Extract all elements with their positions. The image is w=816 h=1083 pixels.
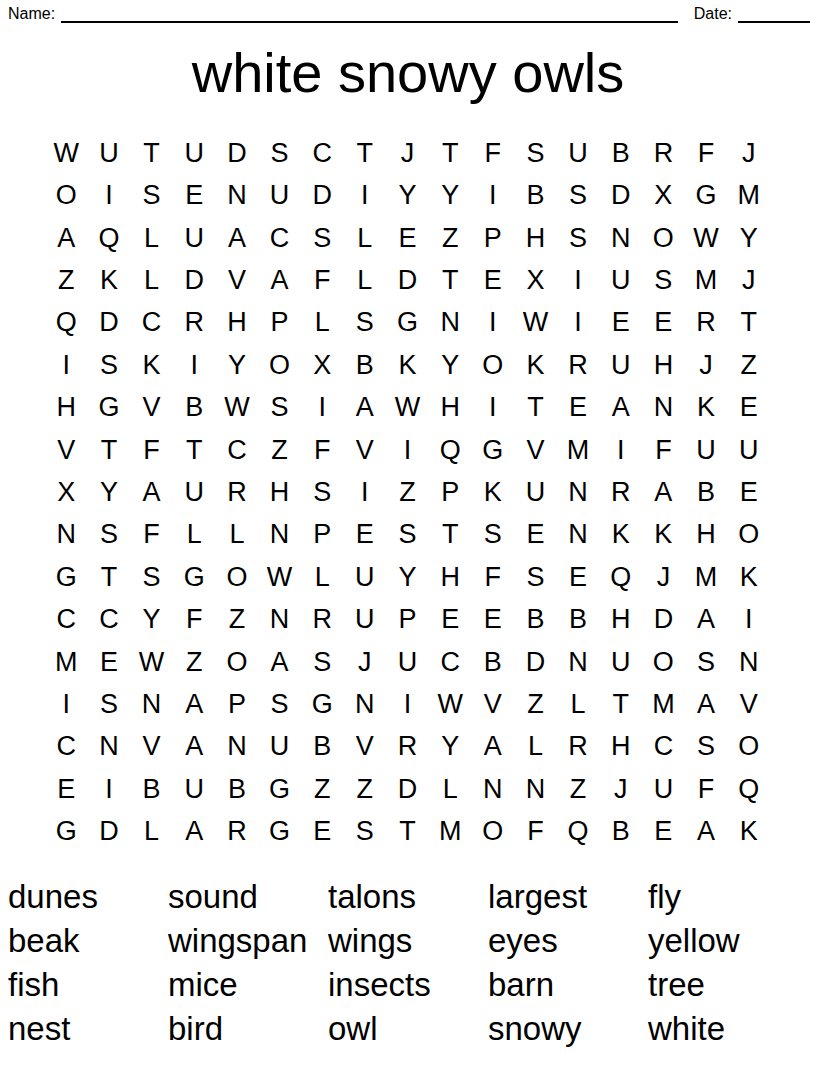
grid-cell[interactable]: R [642, 132, 685, 174]
grid-cell[interactable]: B [130, 768, 173, 810]
grid-cell[interactable]: E [599, 302, 642, 344]
grid-cell[interactable]: Y [216, 344, 259, 386]
grid-cell[interactable]: Y [429, 174, 472, 216]
grid-cell[interactable]: Z [301, 768, 344, 810]
grid-cell[interactable]: U [173, 217, 216, 259]
grid-cell[interactable]: Y [386, 556, 429, 598]
grid-cell[interactable]: M [642, 683, 685, 725]
grid-cell[interactable]: F [642, 429, 685, 471]
grid-cell[interactable]: N [557, 514, 600, 556]
grid-cell[interactable]: I [386, 683, 429, 725]
grid-cell[interactable]: U [599, 344, 642, 386]
grid-cell[interactable]: X [642, 174, 685, 216]
grid-cell[interactable]: E [471, 259, 514, 301]
grid-cell[interactable]: M [557, 429, 600, 471]
grid-cell[interactable]: I [344, 174, 387, 216]
grid-cell[interactable]: E [344, 514, 387, 556]
grid-cell[interactable]: D [88, 811, 131, 853]
grid-cell[interactable]: S [130, 556, 173, 598]
grid-cell[interactable]: C [45, 599, 88, 641]
grid-cell[interactable]: O [258, 344, 301, 386]
grid-cell[interactable]: I [173, 344, 216, 386]
grid-cell[interactable]: N [130, 683, 173, 725]
grid-cell[interactable]: K [642, 514, 685, 556]
grid-cell[interactable]: U [173, 768, 216, 810]
grid-cell[interactable]: U [258, 174, 301, 216]
grid-cell[interactable]: W [45, 132, 88, 174]
grid-cell[interactable]: J [727, 132, 770, 174]
grid-cell[interactable]: B [216, 768, 259, 810]
grid-cell[interactable]: I [88, 174, 131, 216]
grid-cell[interactable]: W [216, 386, 259, 428]
grid-cell[interactable]: S [344, 811, 387, 853]
grid-cell[interactable]: G [45, 811, 88, 853]
grid-cell[interactable]: R [216, 811, 259, 853]
grid-cell[interactable]: N [471, 768, 514, 810]
grid-cell[interactable]: E [642, 302, 685, 344]
grid-cell[interactable]: U [557, 132, 600, 174]
grid-cell[interactable]: K [685, 386, 728, 428]
word-list-item: dunes [8, 875, 168, 919]
word-list-item: nest [8, 1007, 168, 1051]
word-list-item: snowy [488, 1007, 648, 1051]
grid-cell[interactable]: D [599, 174, 642, 216]
grid-cell[interactable]: E [301, 811, 344, 853]
grid-cell[interactable]: U [173, 132, 216, 174]
grid-cell[interactable]: V [130, 386, 173, 428]
grid-cell[interactable]: Q [557, 811, 600, 853]
grid-cell[interactable]: N [557, 641, 600, 683]
grid-cell[interactable]: S [258, 683, 301, 725]
grid-cell[interactable]: N [216, 174, 259, 216]
grid-cell[interactable]: S [88, 683, 131, 725]
grid-cell[interactable]: F [301, 429, 344, 471]
grid-cell[interactable]: F [685, 768, 728, 810]
grid-cell[interactable]: N [727, 641, 770, 683]
grid-cell[interactable]: N [258, 599, 301, 641]
grid-cell[interactable]: R [173, 302, 216, 344]
grid-cell[interactable]: V [216, 259, 259, 301]
grid-cell[interactable]: I [45, 344, 88, 386]
grid-cell[interactable]: L [130, 259, 173, 301]
grid-cell[interactable]: T [88, 556, 131, 598]
grid-cell[interactable]: A [344, 386, 387, 428]
grid-cell[interactable]: D [88, 302, 131, 344]
grid-cell[interactable]: W [130, 641, 173, 683]
grid-cell[interactable]: K [130, 344, 173, 386]
grid-cell[interactable]: Y [130, 599, 173, 641]
grid-cell[interactable]: L [344, 259, 387, 301]
grid-cell[interactable]: H [642, 344, 685, 386]
grid-cell[interactable]: P [301, 514, 344, 556]
grid-cell[interactable]: E [642, 811, 685, 853]
grid-cell[interactable]: A [685, 599, 728, 641]
grid-cell[interactable]: U [727, 429, 770, 471]
grid-cell[interactable]: X [301, 344, 344, 386]
grid-cell[interactable]: O [727, 514, 770, 556]
grid-cell[interactable]: Z [45, 259, 88, 301]
grid-cell[interactable]: I [88, 768, 131, 810]
grid-cell[interactable]: L [130, 811, 173, 853]
grid-cell[interactable]: T [386, 811, 429, 853]
grid-cell[interactable]: N [599, 217, 642, 259]
grid-cell[interactable]: Y [429, 344, 472, 386]
grid-cell[interactable]: W [386, 386, 429, 428]
word-list-item: tree [648, 963, 808, 1007]
grid-cell[interactable]: D [386, 768, 429, 810]
grid-cell[interactable]: I [344, 471, 387, 513]
grid-cell[interactable]: Q [429, 429, 472, 471]
grid-cell[interactable]: J [727, 259, 770, 301]
grid-cell[interactable]: S [258, 132, 301, 174]
grid-cell[interactable]: T [429, 514, 472, 556]
word-list-item: white [648, 1007, 808, 1051]
worksheet-page: Name: Date: white snowy owls WUTUDSCTJTF… [0, 0, 816, 1083]
grid-cell[interactable]: A [173, 726, 216, 768]
grid-cell[interactable]: P [386, 599, 429, 641]
grid-cell[interactable]: S [685, 641, 728, 683]
grid-cell[interactable]: K [88, 259, 131, 301]
grid-cell[interactable]: U [88, 132, 131, 174]
grid-cell[interactable]: Q [88, 217, 131, 259]
grid-cell[interactable]: Q [727, 768, 770, 810]
grid-cell[interactable]: B [599, 132, 642, 174]
grid-cell[interactable]: N [429, 302, 472, 344]
grid-cell[interactable]: M [45, 641, 88, 683]
grid-cell[interactable]: A [130, 471, 173, 513]
grid-cell[interactable]: A [45, 217, 88, 259]
word-list-item: sound [168, 875, 328, 919]
grid-cell[interactable]: G [258, 811, 301, 853]
grid-cell[interactable]: Z [557, 768, 600, 810]
grid-cell[interactable]: U [599, 641, 642, 683]
grid-cell[interactable]: D [301, 174, 344, 216]
grid-cell[interactable]: N [45, 514, 88, 556]
grid-cell[interactable]: N [557, 471, 600, 513]
grid-cell[interactable]: U [344, 599, 387, 641]
grid-cell[interactable]: S [301, 641, 344, 683]
grid-cell[interactable]: Z [727, 344, 770, 386]
grid-cell[interactable]: B [301, 726, 344, 768]
grid-cell[interactable]: H [514, 217, 557, 259]
grid-cell[interactable]: M [685, 556, 728, 598]
grid-cell[interactable]: H [599, 599, 642, 641]
grid-cell[interactable]: V [344, 429, 387, 471]
word-list-item: insects [328, 963, 488, 1007]
grid-cell[interactable]: U [344, 556, 387, 598]
grid-cell[interactable]: Z [429, 217, 472, 259]
grid-cell[interactable]: B [557, 599, 600, 641]
grid-cell[interactable]: W [685, 217, 728, 259]
grid-cell[interactable]: T [88, 429, 131, 471]
word-list-item: mice [168, 963, 328, 1007]
grid-cell[interactable]: R [386, 726, 429, 768]
grid-cell[interactable]: G [45, 556, 88, 598]
grid-cell[interactable]: N [88, 726, 131, 768]
grid-cell[interactable]: S [685, 726, 728, 768]
grid-cell[interactable]: C [301, 132, 344, 174]
grid-cell[interactable]: N [216, 726, 259, 768]
grid-cell[interactable]: D [642, 599, 685, 641]
grid-cell[interactable]: O [45, 174, 88, 216]
grid-cell[interactable]: V [130, 726, 173, 768]
grid-cell[interactable]: I [599, 429, 642, 471]
grid-cell[interactable]: E [557, 386, 600, 428]
grid-cell[interactable]: A [599, 386, 642, 428]
grid-cell[interactable]: A [685, 811, 728, 853]
grid-cell[interactable]: U [173, 471, 216, 513]
grid-cell[interactable]: I [557, 302, 600, 344]
grid-cell[interactable]: E [557, 556, 600, 598]
grid-cell[interactable]: O [471, 811, 514, 853]
grid-cell[interactable]: G [88, 386, 131, 428]
grid-cell[interactable]: N [344, 683, 387, 725]
grid-cell[interactable]: I [301, 386, 344, 428]
grid-cell[interactable]: L [301, 556, 344, 598]
grid-cell[interactable]: K [727, 811, 770, 853]
grid-cell[interactable]: T [344, 132, 387, 174]
grid-cell[interactable]: K [471, 471, 514, 513]
grid-cell[interactable]: I [471, 302, 514, 344]
grid-cell[interactable]: A [471, 726, 514, 768]
grid-cell[interactable]: F [301, 259, 344, 301]
grid-cell[interactable]: E [88, 641, 131, 683]
grid-cell[interactable]: T [599, 683, 642, 725]
grid-cell[interactable]: S [258, 386, 301, 428]
grid-cell[interactable]: A [173, 683, 216, 725]
grid-cell[interactable]: H [45, 386, 88, 428]
grid-cell[interactable]: C [258, 217, 301, 259]
grid-cell[interactable]: C [45, 726, 88, 768]
grid-cell[interactable]: L [557, 683, 600, 725]
grid-cell[interactable]: T [727, 302, 770, 344]
grid-cell[interactable]: B [599, 811, 642, 853]
grid-cell[interactable]: E [514, 514, 557, 556]
grid-cell[interactable]: E [727, 471, 770, 513]
grid-cell[interactable]: S [514, 556, 557, 598]
grid-cell[interactable]: A [258, 641, 301, 683]
grid-cell[interactable]: K [727, 556, 770, 598]
grid-cell[interactable]: L [344, 217, 387, 259]
grid-cell[interactable]: V [45, 429, 88, 471]
grid-cell[interactable]: I [727, 599, 770, 641]
grid-cell[interactable]: W [258, 556, 301, 598]
grid-cell[interactable]: Y [727, 217, 770, 259]
grid-cell[interactable]: L [216, 514, 259, 556]
grid-cell[interactable]: H [216, 302, 259, 344]
grid-cell[interactable]: S [514, 132, 557, 174]
grid-cell[interactable]: U [514, 471, 557, 513]
grid-cell[interactable]: H [258, 471, 301, 513]
grid-cell[interactable]: E [173, 174, 216, 216]
grid-cell[interactable]: E [45, 768, 88, 810]
grid-cell[interactable]: F [514, 811, 557, 853]
grid-cell[interactable]: J [344, 641, 387, 683]
grid-cell[interactable]: J [599, 768, 642, 810]
grid-cell[interactable]: N [258, 514, 301, 556]
grid-cell[interactable]: O [216, 556, 259, 598]
grid-cell[interactable]: D [173, 259, 216, 301]
grid-cell[interactable]: T [514, 386, 557, 428]
grid-cell[interactable]: R [301, 599, 344, 641]
grid-cell[interactable]: V [727, 683, 770, 725]
grid-cell[interactable]: T [130, 132, 173, 174]
grid-cell[interactable]: S [88, 344, 131, 386]
grid-cell[interactable]: K [386, 344, 429, 386]
grid-cell[interactable]: Y [88, 471, 131, 513]
grid-cell[interactable]: X [514, 259, 557, 301]
grid-cell[interactable]: F [130, 429, 173, 471]
grid-cell[interactable]: Z [258, 429, 301, 471]
grid-cell[interactable]: S [386, 514, 429, 556]
grid-cell[interactable]: I [45, 683, 88, 725]
grid-cell[interactable]: X [45, 471, 88, 513]
grid-cell[interactable]: P [216, 683, 259, 725]
grid-cell[interactable]: S [642, 259, 685, 301]
grid-cell[interactable]: V [344, 726, 387, 768]
grid-cell[interactable]: C [642, 726, 685, 768]
grid-cell[interactable]: O [216, 641, 259, 683]
grid-cell[interactable]: F [471, 556, 514, 598]
grid-cell[interactable]: L [514, 726, 557, 768]
grid-cell[interactable]: T [429, 259, 472, 301]
grid-cell[interactable]: J [386, 132, 429, 174]
grid-cell[interactable]: Z [344, 768, 387, 810]
grid-cell[interactable]: R [557, 344, 600, 386]
grid-cell[interactable]: B [514, 174, 557, 216]
grid-cell[interactable]: G [471, 429, 514, 471]
grid-cell[interactable]: B [173, 386, 216, 428]
grid-cell[interactable]: A [216, 217, 259, 259]
grid-cell[interactable]: J [642, 556, 685, 598]
grid-cell[interactable]: U [642, 768, 685, 810]
grid-cell[interactable]: R [216, 471, 259, 513]
grid-cell[interactable]: R [685, 302, 728, 344]
grid-cell[interactable]: Q [599, 556, 642, 598]
grid-cell[interactable]: I [471, 386, 514, 428]
grid-cell[interactable]: D [386, 259, 429, 301]
grid-cell[interactable]: B [471, 641, 514, 683]
grid-cell[interactable]: U [599, 259, 642, 301]
grid-cell[interactable]: B [344, 344, 387, 386]
grid-cell[interactable]: C [429, 641, 472, 683]
grid-cell[interactable]: F [173, 599, 216, 641]
grid-cell[interactable]: Q [45, 302, 88, 344]
grid-cell[interactable]: P [258, 302, 301, 344]
grid-cell[interactable]: N [514, 768, 557, 810]
grid-cell[interactable]: E [429, 599, 472, 641]
grid-cell[interactable]: D [216, 132, 259, 174]
grid-cell[interactable]: I [386, 429, 429, 471]
grid-cell[interactable]: L [130, 217, 173, 259]
grid-cell[interactable]: C [88, 599, 131, 641]
grid-cell[interactable]: O [642, 217, 685, 259]
grid-cell[interactable]: V [471, 683, 514, 725]
grid-cell[interactable]: K [599, 514, 642, 556]
grid-cell[interactable]: R [557, 726, 600, 768]
grid-cell[interactable]: S [344, 302, 387, 344]
grid-cell[interactable]: A [642, 471, 685, 513]
grid-cell[interactable]: T [429, 132, 472, 174]
grid-cell[interactable]: F [471, 132, 514, 174]
grid-cell[interactable]: K [514, 344, 557, 386]
grid-cell[interactable]: J [685, 344, 728, 386]
grid-cell[interactable]: Z [216, 599, 259, 641]
grid-cell[interactable]: M [429, 811, 472, 853]
grid-cell[interactable]: C [216, 429, 259, 471]
grid-cell[interactable]: C [130, 302, 173, 344]
grid-cell[interactable]: N [642, 386, 685, 428]
grid-cell[interactable]: E [471, 599, 514, 641]
grid-cell[interactable]: E [727, 386, 770, 428]
grid-cell[interactable]: H [429, 556, 472, 598]
grid-cell[interactable]: H [599, 726, 642, 768]
grid-cell[interactable]: G [685, 174, 728, 216]
grid-cell[interactable]: O [471, 344, 514, 386]
grid-cell[interactable]: A [173, 811, 216, 853]
date-blank-line [738, 5, 810, 23]
grid-cell[interactable]: S [471, 514, 514, 556]
grid-cell[interactable]: M [685, 259, 728, 301]
grid-cell[interactable]: Y [386, 174, 429, 216]
grid-cell[interactable]: F [685, 132, 728, 174]
grid-cell[interactable]: U [386, 641, 429, 683]
grid-cell[interactable]: A [258, 259, 301, 301]
grid-cell[interactable]: P [429, 471, 472, 513]
grid-cell[interactable]: G [386, 302, 429, 344]
grid-cell[interactable]: H [685, 514, 728, 556]
grid-cell[interactable]: L [429, 768, 472, 810]
grid-cell[interactable]: G [301, 683, 344, 725]
grid-cell[interactable]: Z [514, 683, 557, 725]
grid-cell[interactable]: R [599, 471, 642, 513]
grid-cell[interactable]: I [471, 174, 514, 216]
grid-cell[interactable]: G [173, 556, 216, 598]
grid-cell[interactable]: L [301, 302, 344, 344]
grid-cell[interactable]: V [514, 429, 557, 471]
grid-cell[interactable]: U [258, 726, 301, 768]
grid-cell[interactable]: B [514, 599, 557, 641]
grid-cell[interactable]: B [685, 471, 728, 513]
grid-cell[interactable]: Z [173, 641, 216, 683]
grid-cell[interactable]: W [514, 302, 557, 344]
grid-cell[interactable]: M [727, 174, 770, 216]
grid-cell[interactable]: S [301, 471, 344, 513]
grid-cell[interactable]: Y [429, 726, 472, 768]
grid-cell[interactable]: S [557, 174, 600, 216]
grid-cell[interactable]: Z [386, 471, 429, 513]
grid-cell[interactable]: F [130, 514, 173, 556]
grid-cell[interactable]: E [386, 217, 429, 259]
word-search-grid: WUTUDSCTJTFSUBRFJOISENUDIYYIBSDXGMAQLUAC… [45, 132, 770, 853]
grid-cell[interactable]: G [258, 768, 301, 810]
grid-cell[interactable]: O [642, 641, 685, 683]
grid-cell[interactable]: D [514, 641, 557, 683]
grid-cell[interactable]: A [685, 683, 728, 725]
grid-cell[interactable]: I [557, 259, 600, 301]
grid-cell[interactable]: W [429, 683, 472, 725]
grid-cell[interactable]: H [429, 386, 472, 428]
grid-cell[interactable]: S [88, 514, 131, 556]
grid-cell[interactable]: S [557, 217, 600, 259]
grid-cell[interactable]: O [727, 726, 770, 768]
grid-cell[interactable]: S [130, 174, 173, 216]
grid-cell[interactable]: T [173, 429, 216, 471]
grid-cell[interactable]: P [471, 217, 514, 259]
grid-cell[interactable]: S [301, 217, 344, 259]
grid-cell[interactable]: U [685, 429, 728, 471]
grid-cell[interactable]: L [173, 514, 216, 556]
